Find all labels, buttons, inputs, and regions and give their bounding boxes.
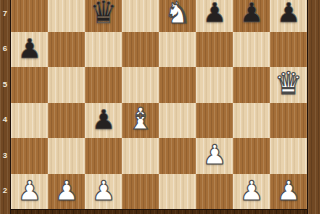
square-g5 <box>233 67 270 103</box>
black-pawn: ♟ <box>202 0 226 26</box>
black-pawn: ♟ <box>91 106 115 133</box>
black-pawn: ♟ <box>276 0 300 26</box>
rank-label-5: 5 <box>0 81 10 89</box>
rank-label-2: 2 <box>0 187 10 195</box>
white-pawn: ♟ <box>202 141 226 168</box>
white-bishop: ♝ <box>127 104 154 134</box>
square-f3: ♟ <box>196 138 233 174</box>
rank-label-4: 4 <box>0 116 10 124</box>
white-pawn: ♟ <box>17 177 41 204</box>
square-c5 <box>85 67 122 103</box>
square-h6 <box>270 32 307 68</box>
square-e7: ♞ <box>159 0 196 32</box>
black-queen: ♛ <box>90 0 118 28</box>
square-e6 <box>159 32 196 68</box>
black-pawn: ♟ <box>239 0 263 26</box>
board-frame-right <box>307 0 320 214</box>
square-c3 <box>85 138 122 174</box>
square-c7: ♛ <box>85 0 122 32</box>
square-d5 <box>122 67 159 103</box>
square-d4: ♝ <box>122 103 159 139</box>
square-b7 <box>48 0 85 32</box>
square-h4 <box>270 103 307 139</box>
square-c6 <box>85 32 122 68</box>
square-d2 <box>122 174 159 210</box>
square-e3 <box>159 138 196 174</box>
square-e4 <box>159 103 196 139</box>
board-frame-bottom <box>0 209 320 214</box>
rank-label-3: 3 <box>0 152 10 160</box>
board-grid: ♛♞♟♟♟♟♛♟♝♟♟♟♟♟♟ <box>11 0 307 209</box>
black-pawn: ♟ <box>17 35 41 62</box>
square-d3 <box>122 138 159 174</box>
chess-board-image: ♛♞♟♟♟♟♛♟♝♟♟♟♟♟♟ 765432 <box>0 0 320 214</box>
square-a6: ♟ <box>11 32 48 68</box>
white-pawn: ♟ <box>91 177 115 204</box>
square-d6 <box>122 32 159 68</box>
square-h7: ♟ <box>270 0 307 32</box>
rank-label-6: 6 <box>0 45 10 53</box>
rank-labels-gutter: 765432 <box>0 0 11 214</box>
white-queen: ♛ <box>275 68 303 99</box>
square-a2: ♟ <box>11 174 48 210</box>
square-c4: ♟ <box>85 103 122 139</box>
square-b6 <box>48 32 85 68</box>
rank-label-7: 7 <box>0 10 10 18</box>
white-knight: ♞ <box>164 0 191 28</box>
square-b2: ♟ <box>48 174 85 210</box>
square-b4 <box>48 103 85 139</box>
square-f7: ♟ <box>196 0 233 32</box>
white-pawn: ♟ <box>239 177 263 204</box>
square-h5: ♛ <box>270 67 307 103</box>
square-h3 <box>270 138 307 174</box>
square-a7 <box>11 0 48 32</box>
square-f5 <box>196 67 233 103</box>
square-g7: ♟ <box>233 0 270 32</box>
square-g2: ♟ <box>233 174 270 210</box>
square-g4 <box>233 103 270 139</box>
square-c2: ♟ <box>85 174 122 210</box>
white-pawn: ♟ <box>276 177 300 204</box>
square-f6 <box>196 32 233 68</box>
square-b3 <box>48 138 85 174</box>
square-e5 <box>159 67 196 103</box>
white-pawn: ♟ <box>54 177 78 204</box>
square-a4 <box>11 103 48 139</box>
square-g3 <box>233 138 270 174</box>
square-d7 <box>122 0 159 32</box>
square-f4 <box>196 103 233 139</box>
square-a5 <box>11 67 48 103</box>
square-h2: ♟ <box>270 174 307 210</box>
square-g6 <box>233 32 270 68</box>
square-a3 <box>11 138 48 174</box>
square-e2 <box>159 174 196 210</box>
square-b5 <box>48 67 85 103</box>
square-f2 <box>196 174 233 210</box>
